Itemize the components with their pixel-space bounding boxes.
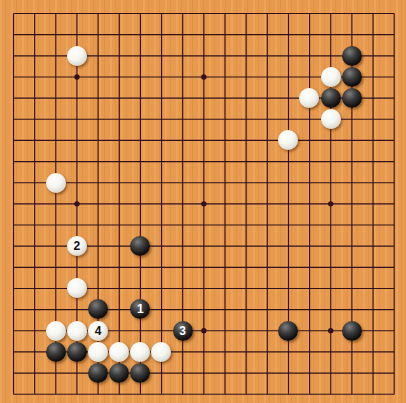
intersection-R16[interactable] <box>341 66 362 87</box>
intersection-D18[interactable] <box>66 24 87 45</box>
intersection-L15[interactable] <box>214 87 235 108</box>
intersection-L12[interactable] <box>214 151 235 172</box>
intersection-G7[interactable] <box>130 257 151 278</box>
intersection-T14[interactable] <box>383 109 404 130</box>
intersection-P1[interactable] <box>299 383 320 403</box>
intersection-J18[interactable] <box>172 24 193 45</box>
intersection-L19[interactable] <box>214 3 235 24</box>
intersection-T4[interactable] <box>383 320 404 341</box>
intersection-H1[interactable] <box>151 383 172 403</box>
intersection-Q3[interactable] <box>320 341 341 362</box>
intersection-P16[interactable] <box>299 66 320 87</box>
intersection-R17[interactable] <box>341 45 362 66</box>
intersection-P9[interactable] <box>299 214 320 235</box>
intersection-F13[interactable] <box>109 130 130 151</box>
intersection-M12[interactable] <box>235 151 256 172</box>
intersection-C8[interactable] <box>45 235 66 256</box>
intersection-S16[interactable] <box>362 66 383 87</box>
intersection-R11[interactable] <box>341 172 362 193</box>
intersection-N18[interactable] <box>257 24 278 45</box>
intersection-O2[interactable] <box>278 362 299 383</box>
intersection-N19[interactable] <box>257 3 278 24</box>
intersection-K14[interactable] <box>193 109 214 130</box>
intersection-K1[interactable] <box>193 383 214 403</box>
intersection-B18[interactable] <box>24 24 45 45</box>
intersection-E14[interactable] <box>87 109 108 130</box>
intersection-B8[interactable] <box>24 235 45 256</box>
intersection-T2[interactable] <box>383 362 404 383</box>
intersection-A3[interactable] <box>3 341 24 362</box>
intersection-Q9[interactable] <box>320 214 341 235</box>
intersection-A14[interactable] <box>3 109 24 130</box>
intersection-F3[interactable] <box>109 341 130 362</box>
intersection-Q19[interactable] <box>320 3 341 24</box>
intersection-R10[interactable] <box>341 193 362 214</box>
intersection-G6[interactable] <box>130 278 151 299</box>
intersection-M19[interactable] <box>235 3 256 24</box>
intersection-B13[interactable] <box>24 130 45 151</box>
intersection-T16[interactable] <box>383 66 404 87</box>
intersection-B5[interactable] <box>24 299 45 320</box>
intersection-C2[interactable] <box>45 362 66 383</box>
intersection-T9[interactable] <box>383 214 404 235</box>
intersection-C13[interactable] <box>45 130 66 151</box>
intersection-E9[interactable] <box>87 214 108 235</box>
intersection-L13[interactable] <box>214 130 235 151</box>
intersection-H11[interactable] <box>151 172 172 193</box>
intersection-Q1[interactable] <box>320 383 341 403</box>
intersection-E13[interactable] <box>87 130 108 151</box>
intersection-F18[interactable] <box>109 24 130 45</box>
intersection-P19[interactable] <box>299 3 320 24</box>
intersection-B19[interactable] <box>24 3 45 24</box>
intersection-A18[interactable] <box>3 24 24 45</box>
intersection-G5[interactable]: 1 <box>130 299 151 320</box>
intersection-B17[interactable] <box>24 45 45 66</box>
intersection-D7[interactable] <box>66 257 87 278</box>
intersection-A19[interactable] <box>3 3 24 24</box>
intersection-B3[interactable] <box>24 341 45 362</box>
intersection-P17[interactable] <box>299 45 320 66</box>
intersection-J13[interactable] <box>172 130 193 151</box>
intersection-S13[interactable] <box>362 130 383 151</box>
intersection-F5[interactable] <box>109 299 130 320</box>
intersection-B1[interactable] <box>24 383 45 403</box>
intersection-J3[interactable] <box>172 341 193 362</box>
intersection-K12[interactable] <box>193 151 214 172</box>
intersection-E5[interactable] <box>87 299 108 320</box>
intersection-A4[interactable] <box>3 320 24 341</box>
intersection-N13[interactable] <box>257 130 278 151</box>
intersection-H7[interactable] <box>151 257 172 278</box>
intersection-O8[interactable] <box>278 235 299 256</box>
intersection-O14[interactable] <box>278 109 299 130</box>
intersection-Q5[interactable] <box>320 299 341 320</box>
intersection-E6[interactable] <box>87 278 108 299</box>
intersection-M5[interactable] <box>235 299 256 320</box>
intersection-G19[interactable] <box>130 3 151 24</box>
intersection-H10[interactable] <box>151 193 172 214</box>
intersection-F1[interactable] <box>109 383 130 403</box>
intersection-D2[interactable] <box>66 362 87 383</box>
intersection-L2[interactable] <box>214 362 235 383</box>
intersection-M1[interactable] <box>235 383 256 403</box>
intersection-P11[interactable] <box>299 172 320 193</box>
intersection-A6[interactable] <box>3 278 24 299</box>
intersection-J9[interactable] <box>172 214 193 235</box>
intersection-E7[interactable] <box>87 257 108 278</box>
intersection-K15[interactable] <box>193 87 214 108</box>
intersection-Q18[interactable] <box>320 24 341 45</box>
intersection-F17[interactable] <box>109 45 130 66</box>
intersection-M13[interactable] <box>235 130 256 151</box>
intersection-R1[interactable] <box>341 383 362 403</box>
intersection-C6[interactable] <box>45 278 66 299</box>
intersection-L1[interactable] <box>214 383 235 403</box>
intersection-M9[interactable] <box>235 214 256 235</box>
intersection-J5[interactable] <box>172 299 193 320</box>
intersection-L11[interactable] <box>214 172 235 193</box>
intersection-P10[interactable] <box>299 193 320 214</box>
intersection-O17[interactable] <box>278 45 299 66</box>
intersection-M4[interactable] <box>235 320 256 341</box>
intersection-A7[interactable] <box>3 257 24 278</box>
intersection-B9[interactable] <box>24 214 45 235</box>
intersection-K10[interactable] <box>193 193 214 214</box>
intersection-S8[interactable] <box>362 235 383 256</box>
intersection-G2[interactable] <box>130 362 151 383</box>
intersection-O9[interactable] <box>278 214 299 235</box>
intersection-L16[interactable] <box>214 66 235 87</box>
intersection-G18[interactable] <box>130 24 151 45</box>
intersection-K9[interactable] <box>193 214 214 235</box>
intersection-Q16[interactable] <box>320 66 341 87</box>
intersection-E8[interactable] <box>87 235 108 256</box>
intersection-R19[interactable] <box>341 3 362 24</box>
intersection-D10[interactable] <box>66 193 87 214</box>
intersection-R9[interactable] <box>341 214 362 235</box>
intersection-M14[interactable] <box>235 109 256 130</box>
intersection-N10[interactable] <box>257 193 278 214</box>
intersection-L4[interactable] <box>214 320 235 341</box>
intersection-F11[interactable] <box>109 172 130 193</box>
intersection-A12[interactable] <box>3 151 24 172</box>
intersection-G4[interactable] <box>130 320 151 341</box>
intersection-H14[interactable] <box>151 109 172 130</box>
intersection-O5[interactable] <box>278 299 299 320</box>
intersection-G12[interactable] <box>130 151 151 172</box>
intersection-Q15[interactable] <box>320 87 341 108</box>
intersection-K3[interactable] <box>193 341 214 362</box>
intersection-K13[interactable] <box>193 130 214 151</box>
intersection-L17[interactable] <box>214 45 235 66</box>
intersection-O3[interactable] <box>278 341 299 362</box>
intersection-K4[interactable] <box>193 320 214 341</box>
intersection-J12[interactable] <box>172 151 193 172</box>
intersection-E19[interactable] <box>87 3 108 24</box>
intersection-T10[interactable] <box>383 193 404 214</box>
intersection-C11[interactable] <box>45 172 66 193</box>
intersection-B12[interactable] <box>24 151 45 172</box>
intersection-N4[interactable] <box>257 320 278 341</box>
intersection-D16[interactable] <box>66 66 87 87</box>
intersection-A13[interactable] <box>3 130 24 151</box>
intersection-A11[interactable] <box>3 172 24 193</box>
intersection-J8[interactable] <box>172 235 193 256</box>
intersection-D19[interactable] <box>66 3 87 24</box>
intersection-B15[interactable] <box>24 87 45 108</box>
intersection-H19[interactable] <box>151 3 172 24</box>
intersection-L7[interactable] <box>214 257 235 278</box>
intersection-T19[interactable] <box>383 3 404 24</box>
intersection-R5[interactable] <box>341 299 362 320</box>
intersection-P4[interactable] <box>299 320 320 341</box>
intersection-A2[interactable] <box>3 362 24 383</box>
intersection-J11[interactable] <box>172 172 193 193</box>
intersection-F12[interactable] <box>109 151 130 172</box>
intersection-M10[interactable] <box>235 193 256 214</box>
intersection-H18[interactable] <box>151 24 172 45</box>
intersection-N16[interactable] <box>257 66 278 87</box>
intersection-S14[interactable] <box>362 109 383 130</box>
intersection-K2[interactable] <box>193 362 214 383</box>
intersection-N1[interactable] <box>257 383 278 403</box>
intersection-P6[interactable] <box>299 278 320 299</box>
intersection-R8[interactable] <box>341 235 362 256</box>
intersection-T6[interactable] <box>383 278 404 299</box>
intersection-H16[interactable] <box>151 66 172 87</box>
intersection-Q4[interactable] <box>320 320 341 341</box>
intersection-H8[interactable] <box>151 235 172 256</box>
intersection-D11[interactable] <box>66 172 87 193</box>
intersection-E18[interactable] <box>87 24 108 45</box>
intersection-N5[interactable] <box>257 299 278 320</box>
intersection-D17[interactable] <box>66 45 87 66</box>
intersection-P15[interactable] <box>299 87 320 108</box>
intersection-A9[interactable] <box>3 214 24 235</box>
intersection-F10[interactable] <box>109 193 130 214</box>
intersection-M8[interactable] <box>235 235 256 256</box>
intersection-N6[interactable] <box>257 278 278 299</box>
intersection-J17[interactable] <box>172 45 193 66</box>
intersection-J2[interactable] <box>172 362 193 383</box>
intersection-S1[interactable] <box>362 383 383 403</box>
intersection-E10[interactable] <box>87 193 108 214</box>
intersection-G14[interactable] <box>130 109 151 130</box>
intersection-H6[interactable] <box>151 278 172 299</box>
intersection-T17[interactable] <box>383 45 404 66</box>
intersection-T7[interactable] <box>383 257 404 278</box>
intersection-D15[interactable] <box>66 87 87 108</box>
intersection-D14[interactable] <box>66 109 87 130</box>
intersection-F9[interactable] <box>109 214 130 235</box>
intersection-J19[interactable] <box>172 3 193 24</box>
intersection-G10[interactable] <box>130 193 151 214</box>
intersection-Q12[interactable] <box>320 151 341 172</box>
intersection-P13[interactable] <box>299 130 320 151</box>
intersection-J7[interactable] <box>172 257 193 278</box>
intersection-J4[interactable]: 3 <box>172 320 193 341</box>
intersection-D8[interactable]: 2 <box>66 235 87 256</box>
intersection-F7[interactable] <box>109 257 130 278</box>
intersection-B11[interactable] <box>24 172 45 193</box>
intersection-Q6[interactable] <box>320 278 341 299</box>
intersection-L3[interactable] <box>214 341 235 362</box>
intersection-B7[interactable] <box>24 257 45 278</box>
intersection-L10[interactable] <box>214 193 235 214</box>
intersection-S15[interactable] <box>362 87 383 108</box>
intersection-M6[interactable] <box>235 278 256 299</box>
intersection-B6[interactable] <box>24 278 45 299</box>
intersection-T12[interactable] <box>383 151 404 172</box>
intersection-B2[interactable] <box>24 362 45 383</box>
intersection-E4[interactable]: 4 <box>87 320 108 341</box>
intersection-K8[interactable] <box>193 235 214 256</box>
intersection-C7[interactable] <box>45 257 66 278</box>
intersection-S7[interactable] <box>362 257 383 278</box>
intersection-S9[interactable] <box>362 214 383 235</box>
intersection-J14[interactable] <box>172 109 193 130</box>
intersection-C3[interactable] <box>45 341 66 362</box>
intersection-O19[interactable] <box>278 3 299 24</box>
intersection-K6[interactable] <box>193 278 214 299</box>
intersection-G1[interactable] <box>130 383 151 403</box>
intersection-M11[interactable] <box>235 172 256 193</box>
intersection-Q8[interactable] <box>320 235 341 256</box>
intersection-L18[interactable] <box>214 24 235 45</box>
intersection-O15[interactable] <box>278 87 299 108</box>
intersection-P3[interactable] <box>299 341 320 362</box>
intersection-S12[interactable] <box>362 151 383 172</box>
intersection-C15[interactable] <box>45 87 66 108</box>
intersection-Q17[interactable] <box>320 45 341 66</box>
intersection-S11[interactable] <box>362 172 383 193</box>
intersection-E15[interactable] <box>87 87 108 108</box>
intersection-L8[interactable] <box>214 235 235 256</box>
intersection-Q14[interactable] <box>320 109 341 130</box>
intersection-O11[interactable] <box>278 172 299 193</box>
intersection-A17[interactable] <box>3 45 24 66</box>
intersection-H3[interactable] <box>151 341 172 362</box>
intersection-B14[interactable] <box>24 109 45 130</box>
intersection-H13[interactable] <box>151 130 172 151</box>
intersection-N7[interactable] <box>257 257 278 278</box>
intersection-Q10[interactable] <box>320 193 341 214</box>
intersection-C12[interactable] <box>45 151 66 172</box>
intersection-F19[interactable] <box>109 3 130 24</box>
intersection-C17[interactable] <box>45 45 66 66</box>
intersection-G15[interactable] <box>130 87 151 108</box>
intersection-G9[interactable] <box>130 214 151 235</box>
intersection-O13[interactable] <box>278 130 299 151</box>
intersection-R13[interactable] <box>341 130 362 151</box>
intersection-D9[interactable] <box>66 214 87 235</box>
intersection-P2[interactable] <box>299 362 320 383</box>
intersection-J15[interactable] <box>172 87 193 108</box>
intersection-H17[interactable] <box>151 45 172 66</box>
intersection-S6[interactable] <box>362 278 383 299</box>
intersection-O10[interactable] <box>278 193 299 214</box>
intersection-D3[interactable] <box>66 341 87 362</box>
intersection-L6[interactable] <box>214 278 235 299</box>
intersection-N8[interactable] <box>257 235 278 256</box>
intersection-E1[interactable] <box>87 383 108 403</box>
intersection-S18[interactable] <box>362 24 383 45</box>
intersection-K16[interactable] <box>193 66 214 87</box>
intersection-E17[interactable] <box>87 45 108 66</box>
intersection-H5[interactable] <box>151 299 172 320</box>
intersection-D12[interactable] <box>66 151 87 172</box>
intersection-E3[interactable] <box>87 341 108 362</box>
intersection-S2[interactable] <box>362 362 383 383</box>
intersection-N9[interactable] <box>257 214 278 235</box>
intersection-J1[interactable] <box>172 383 193 403</box>
intersection-T18[interactable] <box>383 24 404 45</box>
intersection-N14[interactable] <box>257 109 278 130</box>
intersection-E11[interactable] <box>87 172 108 193</box>
intersection-T15[interactable] <box>383 87 404 108</box>
intersection-T1[interactable] <box>383 383 404 403</box>
intersection-R14[interactable] <box>341 109 362 130</box>
intersection-K17[interactable] <box>193 45 214 66</box>
intersection-E12[interactable] <box>87 151 108 172</box>
intersection-O7[interactable] <box>278 257 299 278</box>
intersection-J10[interactable] <box>172 193 193 214</box>
intersection-M15[interactable] <box>235 87 256 108</box>
intersection-C19[interactable] <box>45 3 66 24</box>
intersection-N3[interactable] <box>257 341 278 362</box>
intersection-Q11[interactable] <box>320 172 341 193</box>
intersection-A5[interactable] <box>3 299 24 320</box>
intersection-S19[interactable] <box>362 3 383 24</box>
intersection-Q2[interactable] <box>320 362 341 383</box>
intersection-R4[interactable] <box>341 320 362 341</box>
intersection-A16[interactable] <box>3 66 24 87</box>
intersection-G3[interactable] <box>130 341 151 362</box>
intersection-B10[interactable] <box>24 193 45 214</box>
intersection-R6[interactable] <box>341 278 362 299</box>
intersection-K19[interactable] <box>193 3 214 24</box>
intersection-C5[interactable] <box>45 299 66 320</box>
intersection-F4[interactable] <box>109 320 130 341</box>
intersection-N11[interactable] <box>257 172 278 193</box>
intersection-S17[interactable] <box>362 45 383 66</box>
intersection-G8[interactable] <box>130 235 151 256</box>
intersection-H9[interactable] <box>151 214 172 235</box>
intersection-S5[interactable] <box>362 299 383 320</box>
intersection-K5[interactable] <box>193 299 214 320</box>
intersection-P7[interactable] <box>299 257 320 278</box>
intersection-E2[interactable] <box>87 362 108 383</box>
intersection-F16[interactable] <box>109 66 130 87</box>
intersection-F8[interactable] <box>109 235 130 256</box>
intersection-M3[interactable] <box>235 341 256 362</box>
intersection-B4[interactable] <box>24 320 45 341</box>
intersection-A8[interactable] <box>3 235 24 256</box>
intersection-R18[interactable] <box>341 24 362 45</box>
intersection-O4[interactable] <box>278 320 299 341</box>
intersection-A10[interactable] <box>3 193 24 214</box>
intersection-F15[interactable] <box>109 87 130 108</box>
intersection-L5[interactable] <box>214 299 235 320</box>
intersection-F14[interactable] <box>109 109 130 130</box>
intersection-H4[interactable] <box>151 320 172 341</box>
intersection-F6[interactable] <box>109 278 130 299</box>
intersection-O12[interactable] <box>278 151 299 172</box>
intersection-R15[interactable] <box>341 87 362 108</box>
intersection-H2[interactable] <box>151 362 172 383</box>
intersection-C4[interactable] <box>45 320 66 341</box>
